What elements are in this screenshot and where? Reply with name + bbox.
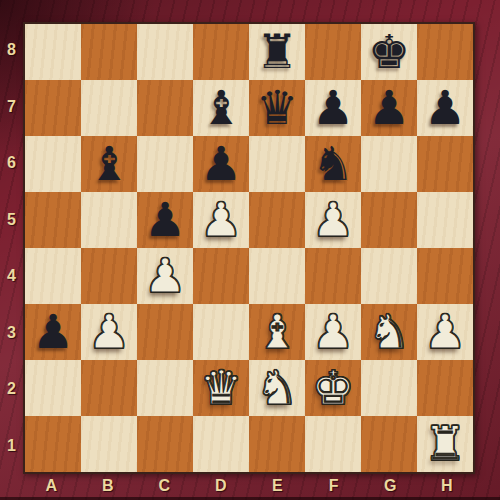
square-c4[interactable]: ♟ [137, 248, 193, 304]
square-b3[interactable]: ♟ [81, 304, 137, 360]
square-f5[interactable]: ♟ [305, 192, 361, 248]
square-b7[interactable] [81, 80, 137, 136]
black-knight-f6[interactable]: ♞ [305, 136, 361, 192]
square-c3[interactable] [137, 304, 193, 360]
square-f2[interactable]: ♚ [305, 360, 361, 416]
square-b2[interactable] [81, 360, 137, 416]
square-h1[interactable]: ♜ [417, 416, 473, 472]
rank-label-8: 8 [0, 22, 23, 79]
square-d4[interactable] [193, 248, 249, 304]
file-labels: ABCDEFGH [23, 474, 475, 500]
white-pawn-b3[interactable]: ♟ [81, 304, 137, 360]
square-g5[interactable] [361, 192, 417, 248]
white-knight-g3[interactable]: ♞ [361, 304, 417, 360]
square-b8[interactable] [81, 24, 137, 80]
square-h8[interactable] [417, 24, 473, 80]
square-f8[interactable] [305, 24, 361, 80]
square-c5[interactable]: ♟ [137, 192, 193, 248]
white-king-f2[interactable]: ♚ [305, 360, 361, 416]
file-label-f: F [306, 474, 363, 500]
square-e8[interactable]: ♜ [249, 24, 305, 80]
rank-label-3: 3 [0, 305, 23, 362]
white-queen-d2[interactable]: ♛ [193, 360, 249, 416]
black-bishop-d7[interactable]: ♝ [193, 80, 249, 136]
black-pawn-a3[interactable]: ♟ [25, 304, 81, 360]
rank-label-7: 7 [0, 79, 23, 136]
square-h7[interactable]: ♟ [417, 80, 473, 136]
file-label-c: C [136, 474, 193, 500]
square-e3[interactable]: ♝ [249, 304, 305, 360]
square-g4[interactable] [361, 248, 417, 304]
square-g3[interactable]: ♞ [361, 304, 417, 360]
square-g7[interactable]: ♟ [361, 80, 417, 136]
square-e4[interactable] [249, 248, 305, 304]
white-pawn-h3[interactable]: ♟ [417, 304, 473, 360]
rank-label-1: 1 [0, 418, 23, 475]
black-pawn-c5[interactable]: ♟ [137, 192, 193, 248]
black-bishop-b6[interactable]: ♝ [81, 136, 137, 192]
file-label-g: G [362, 474, 419, 500]
rank-label-5: 5 [0, 192, 23, 249]
black-pawn-d6[interactable]: ♟ [193, 136, 249, 192]
square-d3[interactable] [193, 304, 249, 360]
square-d2[interactable]: ♛ [193, 360, 249, 416]
square-a6[interactable] [25, 136, 81, 192]
square-f1[interactable] [305, 416, 361, 472]
black-pawn-g7[interactable]: ♟ [361, 80, 417, 136]
square-g8[interactable]: ♚ [361, 24, 417, 80]
chess-board: ♜♚♝♛♟♟♟♝♟♞♟♟♟♟♟♟♝♟♞♟♛♞♚♜ [23, 22, 475, 474]
square-g1[interactable] [361, 416, 417, 472]
square-d7[interactable]: ♝ [193, 80, 249, 136]
square-f4[interactable] [305, 248, 361, 304]
square-h3[interactable]: ♟ [417, 304, 473, 360]
square-d6[interactable]: ♟ [193, 136, 249, 192]
file-label-b: B [80, 474, 137, 500]
square-c8[interactable] [137, 24, 193, 80]
square-a4[interactable] [25, 248, 81, 304]
white-pawn-d5[interactable]: ♟ [193, 192, 249, 248]
file-label-d: D [193, 474, 250, 500]
board-frame: 87654321 ♜♚♝♛♟♟♟♝♟♞♟♟♟♟♟♟♝♟♞♟♛♞♚♜ ABCDEF… [0, 0, 500, 500]
white-pawn-c4[interactable]: ♟ [137, 248, 193, 304]
square-h4[interactable] [417, 248, 473, 304]
square-a1[interactable] [25, 416, 81, 472]
square-d8[interactable] [193, 24, 249, 80]
square-c1[interactable] [137, 416, 193, 472]
black-queen-e7[interactable]: ♛ [249, 80, 305, 136]
file-label-e: E [249, 474, 306, 500]
square-c2[interactable] [137, 360, 193, 416]
square-a5[interactable] [25, 192, 81, 248]
rank-labels: 87654321 [0, 22, 23, 474]
square-f6[interactable]: ♞ [305, 136, 361, 192]
square-c6[interactable] [137, 136, 193, 192]
white-rook-h1[interactable]: ♜ [417, 416, 473, 472]
white-pawn-f5[interactable]: ♟ [305, 192, 361, 248]
square-f3[interactable]: ♟ [305, 304, 361, 360]
file-label-h: H [419, 474, 476, 500]
square-b5[interactable] [81, 192, 137, 248]
square-b4[interactable] [81, 248, 137, 304]
black-king-g8[interactable]: ♚ [361, 24, 417, 80]
black-pawn-f7[interactable]: ♟ [305, 80, 361, 136]
black-pawn-h7[interactable]: ♟ [417, 80, 473, 136]
rank-label-4: 4 [0, 248, 23, 305]
square-d1[interactable] [193, 416, 249, 472]
square-a8[interactable] [25, 24, 81, 80]
white-bishop-e3[interactable]: ♝ [249, 304, 305, 360]
rank-label-2: 2 [0, 361, 23, 418]
square-e1[interactable] [249, 416, 305, 472]
square-b1[interactable] [81, 416, 137, 472]
file-label-a: A [23, 474, 80, 500]
square-h6[interactable] [417, 136, 473, 192]
square-e7[interactable]: ♛ [249, 80, 305, 136]
square-a7[interactable] [25, 80, 81, 136]
square-e5[interactable] [249, 192, 305, 248]
square-a2[interactable] [25, 360, 81, 416]
square-e2[interactable]: ♞ [249, 360, 305, 416]
square-h5[interactable] [417, 192, 473, 248]
white-pawn-f3[interactable]: ♟ [305, 304, 361, 360]
rank-label-6: 6 [0, 135, 23, 192]
black-rook-e8[interactable]: ♜ [249, 24, 305, 80]
square-e6[interactable] [249, 136, 305, 192]
square-c7[interactable] [137, 80, 193, 136]
white-knight-e2[interactable]: ♞ [249, 360, 305, 416]
square-b6[interactable]: ♝ [81, 136, 137, 192]
square-a3[interactable]: ♟ [25, 304, 81, 360]
square-h2[interactable] [417, 360, 473, 416]
square-f7[interactable]: ♟ [305, 80, 361, 136]
square-g2[interactable] [361, 360, 417, 416]
square-d5[interactable]: ♟ [193, 192, 249, 248]
square-g6[interactable] [361, 136, 417, 192]
